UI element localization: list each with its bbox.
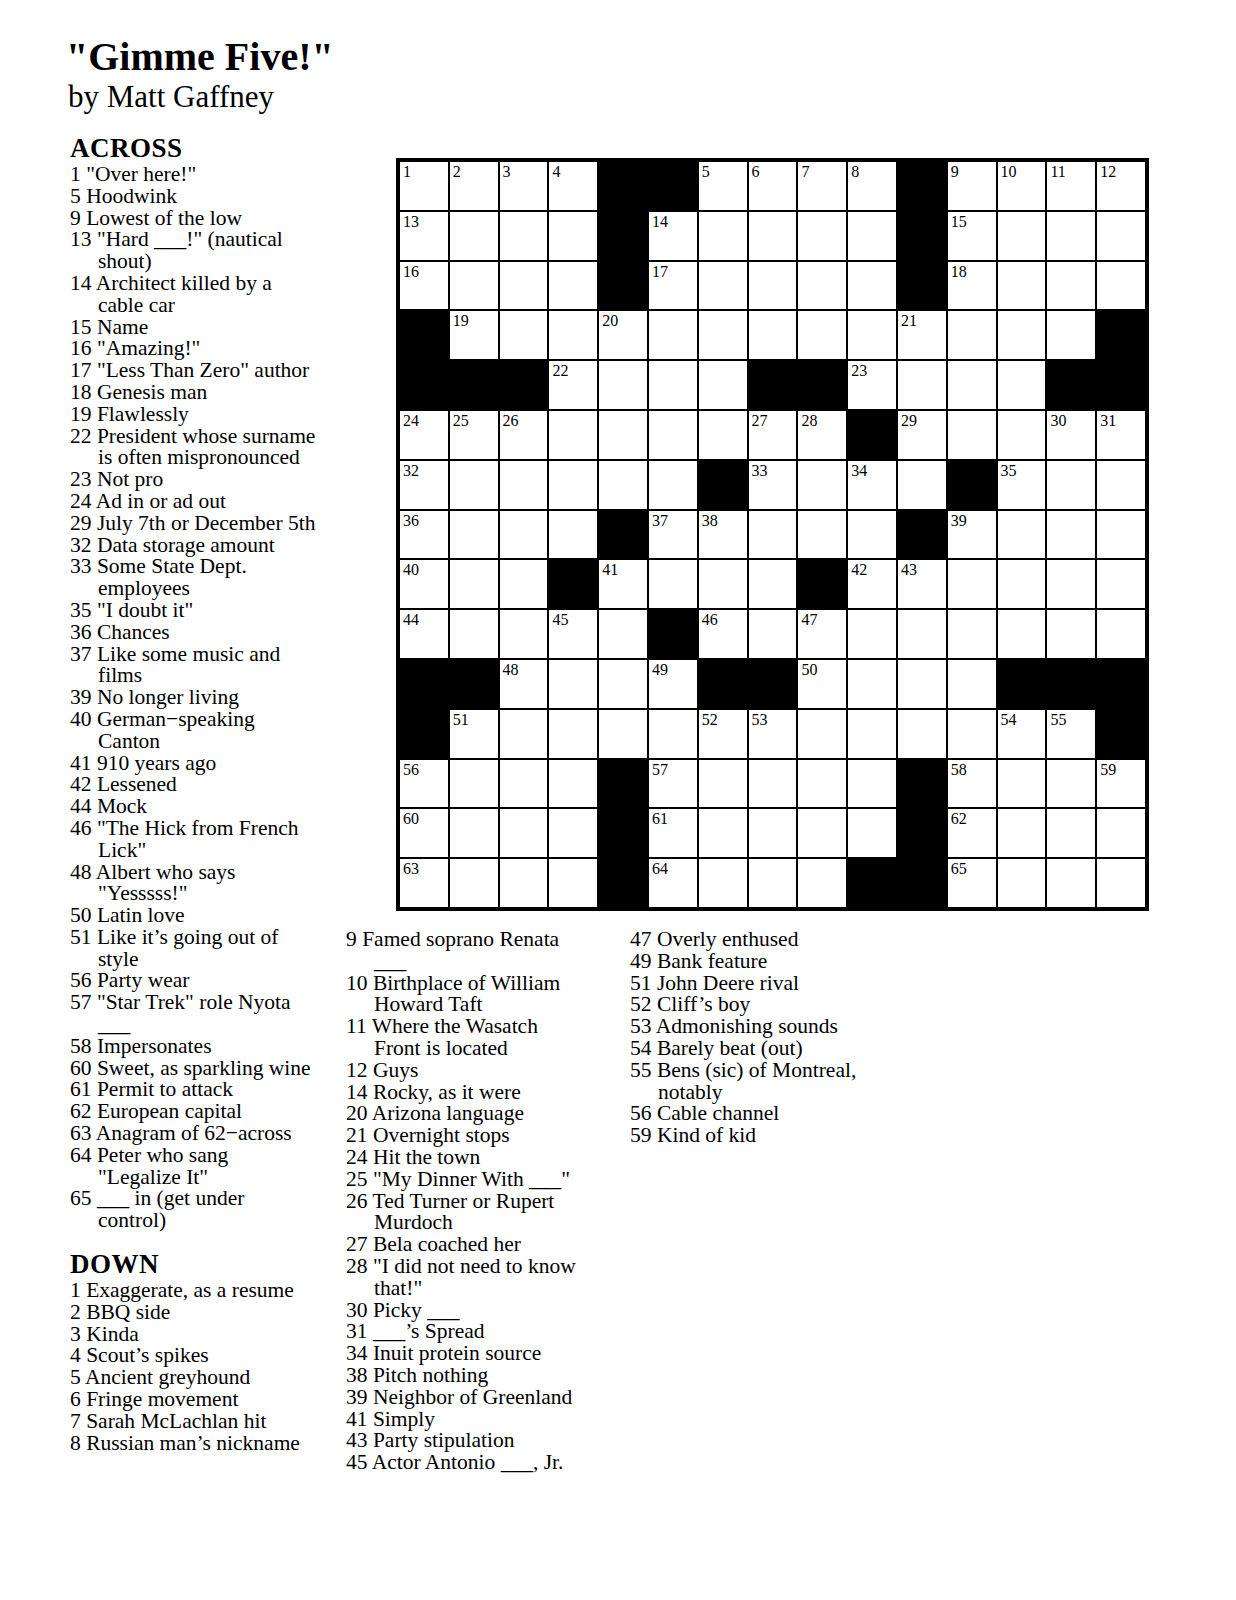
down-clue: 30 Picky ___ [346,1300,626,1322]
white-cell[interactable]: 55 [1046,709,1096,759]
white-cell[interactable] [1096,858,1146,908]
white-cell[interactable]: 34 [847,460,897,510]
black-cell [399,310,449,360]
white-cell[interactable] [499,211,549,261]
white-cell[interactable] [947,659,997,709]
clue-number: 50 [70,903,92,927]
clue-number: 62 [70,1099,92,1123]
white-cell[interactable] [698,211,748,261]
white-cell[interactable] [847,510,897,560]
across-clue: 63 Anagram of 62−across [70,1123,390,1145]
white-cell[interactable]: 40 [399,559,449,609]
clue-number: 54 [630,1036,652,1060]
clue-text: Inuit protein source [373,1341,541,1365]
white-cell[interactable] [748,609,798,659]
white-cell[interactable] [698,858,748,908]
white-cell[interactable] [499,759,549,809]
white-cell[interactable] [897,360,947,410]
white-cell[interactable] [698,759,748,809]
white-cell[interactable] [947,360,997,410]
down-clue: 7 Sarah McLachlan hit [70,1411,390,1433]
white-cell[interactable] [449,261,499,311]
clue-number: 65 [70,1186,92,1210]
across-clue: 44 Mock [70,796,390,818]
white-cell[interactable] [499,858,549,908]
clue-text: Not pro [97,467,163,491]
white-cell[interactable] [449,460,499,510]
across-clue: 5 Hoodwink [70,186,390,208]
white-cell[interactable]: 50 [797,659,847,709]
white-cell[interactable] [548,659,598,709]
white-cell[interactable]: 56 [399,759,449,809]
black-cell [1046,659,1096,709]
clue-text: Chances [97,620,170,644]
clue-text: Architect killed by a cable car [96,271,272,317]
white-cell[interactable] [947,559,997,609]
black-cell [847,858,897,908]
white-cell[interactable]: 53 [748,709,798,759]
white-cell[interactable]: 1 [399,161,449,211]
white-cell[interactable]: 2 [449,161,499,211]
cell-number: 22 [552,362,568,379]
white-cell[interactable] [748,858,798,908]
white-cell[interactable]: 44 [399,609,449,659]
white-cell[interactable] [449,858,499,908]
across-clue: 57 "Star Trek" role Nyota ___ [70,992,390,1036]
clue-number: 61 [70,1077,92,1101]
down-clue: 38 Pitch nothing [346,1365,626,1387]
white-cell[interactable] [947,709,997,759]
white-cell[interactable] [698,559,748,609]
white-cell[interactable] [548,410,598,460]
cell-number: 42 [851,561,867,578]
white-cell[interactable] [748,759,798,809]
white-cell[interactable] [797,310,847,360]
clue-text: Ancient greyhound [85,1365,250,1389]
across-clue: 42 Lessened [70,774,390,796]
white-cell[interactable]: 38 [698,510,748,560]
down-clue: 12 Guys [346,1060,626,1082]
white-cell[interactable]: 64 [648,858,698,908]
down-clue: 54 Barely beat (out) [630,1038,942,1060]
white-cell[interactable] [797,808,847,858]
across-clue: 39 No longer living [70,687,390,709]
clue-text: ___ in (get under control) [97,1186,244,1232]
white-cell[interactable] [499,460,549,510]
white-cell[interactable] [1096,510,1146,560]
black-cell [897,858,947,908]
white-cell[interactable] [449,609,499,659]
white-cell[interactable] [1096,559,1146,609]
cell-number: 21 [901,312,917,329]
crossword-grid: 1234567891011121314151617181920212223242… [396,158,1149,911]
cell-number: 15 [951,213,967,230]
white-cell[interactable] [648,310,698,360]
clue-number: 57 [70,990,92,1014]
white-cell[interactable] [997,410,1047,460]
black-cell [847,410,897,460]
clue-text: Lowest of the low [86,206,242,230]
black-cell [399,709,449,759]
white-cell[interactable]: 39 [947,510,997,560]
white-cell[interactable] [1046,759,1096,809]
black-cell [1096,310,1146,360]
white-cell[interactable]: 9 [947,161,997,211]
white-cell[interactable] [698,410,748,460]
white-cell[interactable]: 7 [797,161,847,211]
white-cell[interactable] [598,410,648,460]
white-cell[interactable]: 21 [897,310,947,360]
white-cell[interactable]: 10 [997,161,1047,211]
white-cell[interactable]: 22 [548,360,598,410]
white-cell[interactable]: 19 [449,310,499,360]
white-cell[interactable]: 54 [997,709,1047,759]
white-cell[interactable] [548,759,598,809]
white-cell[interactable]: 31 [1096,410,1146,460]
white-cell[interactable]: 13 [399,211,449,261]
white-cell[interactable]: 18 [947,261,997,311]
white-cell[interactable] [449,510,499,560]
white-cell[interactable]: 49 [648,659,698,709]
white-cell[interactable]: 29 [897,410,947,460]
black-cell [598,211,648,261]
white-cell[interactable]: 60 [399,808,449,858]
white-cell[interactable] [897,460,947,510]
clue-text: Scout’s spikes [86,1343,208,1367]
white-cell[interactable] [548,858,598,908]
white-cell[interactable] [698,808,748,858]
white-cell[interactable]: 15 [947,211,997,261]
clue-number: 17 [70,358,92,382]
black-cell [997,659,1047,709]
black-cell [947,460,997,510]
white-cell[interactable] [499,808,549,858]
down-clue: 2 BBQ side [70,1302,390,1324]
down-clue: 56 Cable channel [630,1103,942,1125]
white-cell[interactable] [997,360,1047,410]
white-cell[interactable] [748,211,798,261]
white-cell[interactable]: 20 [598,310,648,360]
white-cell[interactable] [847,609,897,659]
cell-number: 51 [453,711,469,728]
white-cell[interactable] [449,759,499,809]
clue-number: 22 [70,424,92,448]
cell-number: 4 [552,163,560,180]
white-cell[interactable] [1096,609,1146,659]
clue-text: Party wear [97,968,190,992]
white-cell[interactable]: 5 [698,161,748,211]
white-cell[interactable] [449,211,499,261]
white-cell[interactable]: 28 [797,410,847,460]
white-cell[interactable]: 24 [399,410,449,460]
white-cell[interactable] [997,759,1047,809]
white-cell[interactable] [847,261,897,311]
clue-number: 16 [70,336,92,360]
white-cell[interactable] [1046,559,1096,609]
white-cell[interactable] [548,211,598,261]
white-cell[interactable]: 36 [399,510,449,560]
white-cell[interactable] [847,659,897,709]
white-cell[interactable] [598,609,648,659]
white-cell[interactable] [698,310,748,360]
white-cell[interactable] [499,709,549,759]
clue-number: 14 [346,1080,368,1104]
across-header: ACROSS [70,133,390,163]
white-cell[interactable] [598,460,648,510]
white-cell[interactable]: 61 [648,808,698,858]
black-cell [598,261,648,311]
clue-text: Latin love [97,903,185,927]
cell-number: 57 [652,761,668,778]
white-cell[interactable] [648,559,698,609]
clue-text: Genesis man [97,380,207,404]
down-clue: 25 "My Dinner With ___" [346,1169,626,1191]
black-cell [897,261,947,311]
white-cell[interactable] [997,609,1047,659]
white-cell[interactable]: 32 [399,460,449,510]
white-cell[interactable] [548,261,598,311]
white-cell[interactable]: 17 [648,261,698,311]
white-cell[interactable] [499,310,549,360]
white-cell[interactable] [499,559,549,609]
black-cell [648,609,698,659]
white-cell[interactable] [847,709,897,759]
white-cell[interactable] [797,510,847,560]
white-cell[interactable] [797,709,847,759]
white-cell[interactable] [1096,460,1146,510]
white-cell[interactable] [847,310,897,360]
white-cell[interactable] [449,808,499,858]
white-cell[interactable] [897,609,947,659]
white-cell[interactable]: 58 [947,759,997,809]
white-cell[interactable]: 14 [648,211,698,261]
white-cell[interactable] [748,559,798,609]
white-cell[interactable] [997,211,1047,261]
black-cell [598,510,648,560]
clue-number: 25 [346,1167,368,1191]
white-cell[interactable] [947,609,997,659]
white-cell[interactable]: 42 [847,559,897,609]
white-cell[interactable] [797,211,847,261]
white-cell[interactable] [997,559,1047,609]
black-cell [449,659,499,709]
cell-number: 24 [403,412,419,429]
white-cell[interactable]: 48 [499,659,549,709]
black-cell [598,808,648,858]
white-cell[interactable]: 57 [648,759,698,809]
cell-number: 60 [403,810,419,827]
clue-text: Like it’s going out of style [97,925,279,971]
white-cell[interactable] [997,510,1047,560]
across-clue-list: 1 "Over here!"5 Hoodwink9 Lowest of the … [70,164,390,1232]
white-cell[interactable] [598,709,648,759]
white-cell[interactable] [748,510,798,560]
across-clue: 58 Impersonates [70,1036,390,1058]
cell-number: 18 [951,263,967,280]
down-clue: 4 Scout’s spikes [70,1345,390,1367]
white-cell[interactable]: 26 [499,410,549,460]
white-cell[interactable]: 52 [698,709,748,759]
clue-number: 6 [70,1387,81,1411]
white-cell[interactable]: 63 [399,858,449,908]
clue-text: Actor Antonio ___, Jr. [372,1450,564,1474]
white-cell[interactable]: 4 [548,161,598,211]
clue-number: 9 [346,927,357,951]
white-cell[interactable] [748,310,798,360]
white-cell[interactable]: 27 [748,410,798,460]
clue-number: 23 [70,467,92,491]
white-cell[interactable]: 25 [449,410,499,460]
cell-number: 54 [1001,711,1017,728]
white-cell[interactable] [1096,261,1146,311]
white-cell[interactable]: 30 [1046,410,1096,460]
white-cell[interactable] [1096,808,1146,858]
white-cell[interactable] [947,410,997,460]
white-cell[interactable]: 3 [499,161,549,211]
white-cell[interactable]: 35 [997,460,1047,510]
white-cell[interactable] [847,211,897,261]
cell-number: 7 [801,163,809,180]
clue-number: 31 [346,1319,368,1343]
white-cell[interactable] [548,460,598,510]
white-cell[interactable] [997,808,1047,858]
white-cell[interactable] [897,659,947,709]
clue-number: 3 [70,1322,81,1346]
white-cell[interactable]: 62 [947,808,997,858]
white-cell[interactable] [1096,211,1146,261]
white-cell[interactable]: 8 [847,161,897,211]
white-cell[interactable] [748,808,798,858]
white-cell[interactable] [847,759,897,809]
clue-text: President whose surname is often mispron… [97,424,316,470]
cell-number: 17 [652,263,668,280]
clue-text: Arizona language [372,1101,524,1125]
clue-number: 33 [70,554,92,578]
clue-number: 55 [630,1058,652,1082]
clue-number: 58 [70,1034,92,1058]
clue-text: Albert who says "Yesssss!" [96,860,236,906]
white-cell[interactable]: 41 [598,559,648,609]
white-cell[interactable] [648,360,698,410]
black-cell [897,759,947,809]
cell-number: 64 [652,860,668,877]
clue-number: 41 [346,1407,368,1431]
white-cell[interactable]: 33 [748,460,798,510]
cell-number: 14 [652,213,668,230]
white-cell[interactable] [1046,261,1096,311]
clue-text: Permit to attack [97,1077,233,1101]
white-cell[interactable] [797,759,847,809]
white-cell[interactable] [499,609,549,659]
cell-number: 65 [951,860,967,877]
white-cell[interactable] [1046,211,1096,261]
white-cell[interactable] [997,310,1047,360]
white-cell[interactable] [548,310,598,360]
white-cell[interactable] [698,360,748,410]
cell-number: 28 [801,412,817,429]
white-cell[interactable] [449,559,499,609]
down-clue: 47 Overly enthused [630,929,942,951]
white-cell[interactable]: 6 [748,161,798,211]
white-cell[interactable] [1046,609,1096,659]
white-cell[interactable]: 45 [548,609,598,659]
white-cell[interactable] [1046,510,1096,560]
cell-number: 34 [851,462,867,479]
cell-number: 20 [602,312,618,329]
white-cell[interactable]: 37 [648,510,698,560]
white-cell[interactable] [1046,460,1096,510]
cell-number: 56 [403,761,419,778]
white-cell[interactable] [797,460,847,510]
clue-text: Sarah McLachlan hit [86,1409,266,1433]
across-clue: 37 Like some music and films [70,644,390,688]
white-cell[interactable] [1046,808,1096,858]
clue-text: Neighbor of Greenland [373,1385,572,1409]
clue-text: Cliff’s boy [657,992,750,1016]
across-clue: 19 Flawlessly [70,404,390,426]
clue-text: Russian man’s nickname [86,1431,300,1455]
across-clue: 64 Peter who sang "Legalize It" [70,1145,390,1189]
white-cell[interactable] [897,709,947,759]
clue-text: "Less Than Zero" author [97,358,309,382]
white-cell[interactable] [997,261,1047,311]
white-cell[interactable] [648,709,698,759]
white-cell[interactable]: 65 [947,858,997,908]
white-cell[interactable] [997,858,1047,908]
white-cell[interactable] [598,659,648,709]
down-clue: 51 John Deere rival [630,973,942,995]
white-cell[interactable]: 51 [449,709,499,759]
white-cell[interactable]: 46 [698,609,748,659]
white-cell[interactable]: 23 [847,360,897,410]
white-cell[interactable]: 47 [797,609,847,659]
white-cell[interactable] [548,510,598,560]
white-cell[interactable]: 16 [399,261,449,311]
white-cell[interactable] [1046,310,1096,360]
clue-number: 19 [70,402,92,426]
cell-number: 36 [403,512,419,529]
down-clue: 59 Kind of kid [630,1125,942,1147]
white-cell[interactable] [748,261,798,311]
white-cell[interactable] [698,261,748,311]
white-cell[interactable] [648,410,698,460]
white-cell[interactable]: 12 [1096,161,1146,211]
clue-text: Cable channel [657,1101,779,1125]
white-cell[interactable]: 43 [897,559,947,609]
white-cell[interactable] [847,808,897,858]
white-cell[interactable] [499,261,549,311]
clue-number: 42 [70,772,92,796]
white-cell[interactable] [598,360,648,410]
across-clue: 41 910 years ago [70,753,390,775]
down-clue: 9 Famed soprano Renata ___ [346,929,626,973]
white-cell[interactable] [648,460,698,510]
white-cell[interactable]: 59 [1096,759,1146,809]
white-cell[interactable] [797,858,847,908]
white-cell[interactable] [1046,858,1096,908]
across-clue: 36 Chances [70,622,390,644]
white-cell[interactable] [797,261,847,311]
white-cell[interactable]: 11 [1046,161,1096,211]
white-cell[interactable] [499,510,549,560]
cell-number: 33 [752,462,768,479]
clue-number: 15 [70,315,92,339]
black-cell [897,211,947,261]
white-cell[interactable] [548,808,598,858]
clue-number: 37 [70,642,92,666]
white-cell[interactable] [947,310,997,360]
white-cell[interactable] [548,709,598,759]
